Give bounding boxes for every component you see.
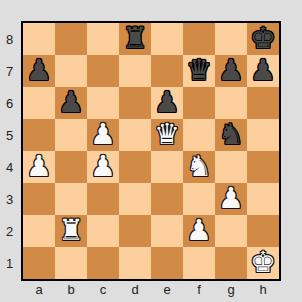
black-pawn: ♟ xyxy=(55,87,87,119)
square-e2[interactable] xyxy=(151,215,183,247)
rank-label-8: 8 xyxy=(0,23,19,55)
square-b4[interactable] xyxy=(55,151,87,183)
square-e5[interactable]: ♛ xyxy=(151,119,183,151)
square-f6[interactable] xyxy=(183,87,215,119)
square-a2[interactable] xyxy=(23,215,55,247)
file-label-e: e xyxy=(151,282,183,300)
square-b5[interactable] xyxy=(55,119,87,151)
black-pawn: ♟ xyxy=(23,55,55,87)
square-a7[interactable]: ♟ xyxy=(23,55,55,87)
square-b6[interactable]: ♟ xyxy=(55,87,87,119)
square-e6[interactable]: ♟ xyxy=(151,87,183,119)
square-c7[interactable] xyxy=(87,55,119,87)
square-a8[interactable] xyxy=(23,23,55,55)
square-e3[interactable] xyxy=(151,183,183,215)
square-b2[interactable]: ♜ xyxy=(55,215,87,247)
square-g5[interactable]: ♞ xyxy=(215,119,247,151)
black-queen: ♛ xyxy=(183,55,215,87)
chess-diagram: ♜♚♟♛♟♟♟♟♟♛♞♟♟♞♟♜♟♚ 87654321 abcdefgh xyxy=(0,0,302,302)
white-pawn: ♟ xyxy=(215,183,247,215)
black-knight: ♞ xyxy=(215,119,247,151)
square-f5[interactable] xyxy=(183,119,215,151)
square-c3[interactable] xyxy=(87,183,119,215)
file-label-h: h xyxy=(247,282,279,300)
file-label-c: c xyxy=(87,282,119,300)
square-f1[interactable] xyxy=(183,247,215,279)
rank-label-7: 7 xyxy=(0,55,19,87)
square-g7[interactable]: ♟ xyxy=(215,55,247,87)
file-label-b: b xyxy=(55,282,87,300)
black-pawn: ♟ xyxy=(151,87,183,119)
white-pawn: ♟ xyxy=(183,215,215,247)
file-label-a: a xyxy=(23,282,55,300)
square-d7[interactable] xyxy=(119,55,151,87)
white-pawn: ♟ xyxy=(87,119,119,151)
square-g3[interactable]: ♟ xyxy=(215,183,247,215)
white-knight: ♞ xyxy=(183,151,215,183)
white-pawn: ♟ xyxy=(87,151,119,183)
square-h8[interactable]: ♚ xyxy=(247,23,279,55)
square-h4[interactable] xyxy=(247,151,279,183)
black-king: ♚ xyxy=(247,23,279,55)
file-label-f: f xyxy=(183,282,215,300)
square-h3[interactable] xyxy=(247,183,279,215)
white-queen: ♛ xyxy=(151,119,183,151)
square-h7[interactable]: ♟ xyxy=(247,55,279,87)
square-h2[interactable] xyxy=(247,215,279,247)
square-b7[interactable] xyxy=(55,55,87,87)
square-b1[interactable] xyxy=(55,247,87,279)
file-label-g: g xyxy=(215,282,247,300)
square-f4[interactable]: ♞ xyxy=(183,151,215,183)
rank-label-1: 1 xyxy=(0,247,19,279)
square-h1[interactable]: ♚ xyxy=(247,247,279,279)
square-g8[interactable] xyxy=(215,23,247,55)
square-f3[interactable] xyxy=(183,183,215,215)
square-a5[interactable] xyxy=(23,119,55,151)
square-g4[interactable] xyxy=(215,151,247,183)
file-label-d: d xyxy=(119,282,151,300)
square-e7[interactable] xyxy=(151,55,183,87)
square-a1[interactable] xyxy=(23,247,55,279)
square-a4[interactable]: ♟ xyxy=(23,151,55,183)
rank-label-5: 5 xyxy=(0,119,19,151)
square-e8[interactable] xyxy=(151,23,183,55)
square-f8[interactable] xyxy=(183,23,215,55)
square-c1[interactable] xyxy=(87,247,119,279)
black-pawn: ♟ xyxy=(247,55,279,87)
square-a3[interactable] xyxy=(23,183,55,215)
square-c8[interactable] xyxy=(87,23,119,55)
square-d8[interactable]: ♜ xyxy=(119,23,151,55)
square-d1[interactable] xyxy=(119,247,151,279)
square-g2[interactable] xyxy=(215,215,247,247)
square-f7[interactable]: ♛ xyxy=(183,55,215,87)
square-e1[interactable] xyxy=(151,247,183,279)
square-b3[interactable] xyxy=(55,183,87,215)
square-e4[interactable] xyxy=(151,151,183,183)
white-pawn: ♟ xyxy=(23,151,55,183)
square-c6[interactable] xyxy=(87,87,119,119)
square-c5[interactable]: ♟ xyxy=(87,119,119,151)
square-d2[interactable] xyxy=(119,215,151,247)
white-king: ♚ xyxy=(247,247,279,279)
square-a6[interactable] xyxy=(23,87,55,119)
square-d5[interactable] xyxy=(119,119,151,151)
square-c4[interactable]: ♟ xyxy=(87,151,119,183)
square-c2[interactable] xyxy=(87,215,119,247)
square-g1[interactable] xyxy=(215,247,247,279)
rank-label-3: 3 xyxy=(0,183,19,215)
chess-board: ♜♚♟♛♟♟♟♟♟♛♞♟♟♞♟♜♟♚ xyxy=(21,21,281,281)
square-b8[interactable] xyxy=(55,23,87,55)
black-pawn: ♟ xyxy=(215,55,247,87)
square-d6[interactable] xyxy=(119,87,151,119)
white-rook: ♜ xyxy=(55,215,87,247)
rank-label-6: 6 xyxy=(0,87,19,119)
square-f2[interactable]: ♟ xyxy=(183,215,215,247)
square-h6[interactable] xyxy=(247,87,279,119)
black-rook: ♜ xyxy=(119,23,151,55)
square-h5[interactable] xyxy=(247,119,279,151)
square-d4[interactable] xyxy=(119,151,151,183)
square-g6[interactable] xyxy=(215,87,247,119)
rank-label-4: 4 xyxy=(0,151,19,183)
rank-label-2: 2 xyxy=(0,215,19,247)
square-d3[interactable] xyxy=(119,183,151,215)
